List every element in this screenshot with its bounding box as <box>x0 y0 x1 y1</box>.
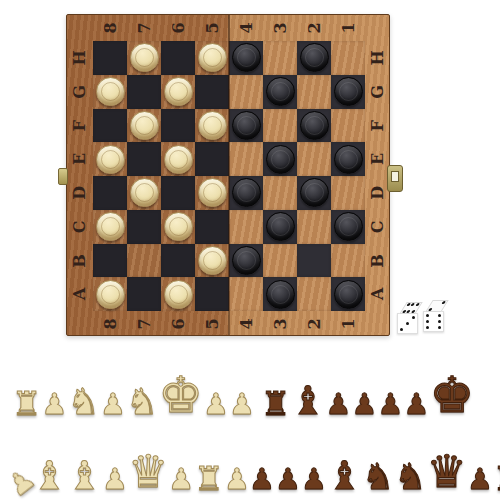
die-pip <box>438 326 441 329</box>
checker-dark[interactable] <box>266 212 295 241</box>
square-c3[interactable] <box>263 210 297 244</box>
checker-dark[interactable] <box>334 280 363 309</box>
die-pip <box>438 320 441 323</box>
chess-piece-light-pawn[interactable]: ♟ <box>102 466 128 494</box>
square-a8[interactable] <box>93 277 127 311</box>
chess-piece-dark-knight[interactable]: ♞ <box>394 460 426 494</box>
die-pip <box>438 314 441 317</box>
tray-dark-pieces-row1: ♜♝♟♟♟♟♚ <box>261 351 472 419</box>
coordinate-label: H <box>63 46 97 70</box>
chess-piece-light-rook[interactable]: ♜ <box>194 463 224 494</box>
checker-dark[interactable] <box>266 77 295 106</box>
checker-light[interactable] <box>130 43 159 72</box>
checker-light[interactable] <box>198 43 227 72</box>
square-f5[interactable] <box>195 109 229 143</box>
coordinate-label: 4 <box>234 11 258 45</box>
brass-hinge-icon <box>58 168 68 185</box>
checker-dark[interactable] <box>300 43 329 72</box>
chess-piece-light-knight[interactable]: ♞ <box>126 385 158 419</box>
coordinate-label: 6 <box>166 11 190 45</box>
die-pip <box>426 314 429 317</box>
square-f8[interactable] <box>93 109 127 143</box>
square-a6[interactable] <box>161 277 195 311</box>
checker-light[interactable] <box>130 178 159 207</box>
coordinate-label: 1 <box>336 11 360 45</box>
product-photo-stage: 87654321 87654321 HGFEDCBA HGFEDCBA ♜♟♞♟… <box>0 0 500 500</box>
checker-dark[interactable] <box>300 178 329 207</box>
coordinate-label: 1 <box>336 307 360 341</box>
chess-piece-dark-bishop[interactable]: ♝ <box>327 457 362 494</box>
die-pip <box>426 320 429 323</box>
square-d2[interactable] <box>297 176 331 210</box>
die-front-face <box>423 311 444 332</box>
chess-piece-dark-pawn[interactable]: ♟ <box>467 466 493 494</box>
checker-dark[interactable] <box>334 212 363 241</box>
square-c5[interactable] <box>195 210 229 244</box>
square-c2[interactable] <box>297 210 331 244</box>
square-c1[interactable] <box>331 210 365 244</box>
chess-piece-light-pawn[interactable]: ♟ <box>42 391 68 419</box>
square-a4[interactable] <box>229 277 263 311</box>
coordinate-label: 2 <box>302 11 326 45</box>
coordinate-label: D <box>63 181 97 205</box>
die-pip <box>426 326 429 329</box>
square-b4[interactable] <box>229 244 263 278</box>
square-a5[interactable] <box>195 277 229 311</box>
square-g7[interactable] <box>127 75 161 109</box>
coordinate-label: 8 <box>98 11 122 45</box>
die-pip <box>411 310 416 313</box>
coordinate-label: 3 <box>268 11 292 45</box>
square-e4[interactable] <box>229 142 263 176</box>
chess-piece-dark-king[interactable]: ♚ <box>430 372 475 420</box>
square-h3[interactable] <box>263 41 297 75</box>
checker-dark[interactable] <box>232 246 261 275</box>
die-top-face <box>425 300 448 312</box>
square-h5[interactable] <box>195 41 229 75</box>
chess-piece-dark-bishop[interactable]: ♝ <box>291 382 326 419</box>
checker-dark[interactable] <box>266 280 295 309</box>
checker-light[interactable] <box>130 111 159 140</box>
coordinate-label: 5 <box>200 11 224 45</box>
square-e2[interactable] <box>297 142 331 176</box>
coordinate-label: 5 <box>200 307 224 341</box>
square-g1[interactable] <box>331 75 365 109</box>
chess-piece-dark-pawn[interactable]: ♟ <box>404 391 430 419</box>
square-c4[interactable] <box>229 210 263 244</box>
square-a1[interactable] <box>331 277 365 311</box>
checker-dark[interactable] <box>300 111 329 140</box>
checker-light[interactable] <box>96 145 125 174</box>
checker-light[interactable] <box>96 280 125 309</box>
square-h4[interactable] <box>229 41 263 75</box>
coordinate-label: 2 <box>302 307 326 341</box>
chess-piece-light-queen[interactable]: ♛ <box>128 451 168 494</box>
die-pip <box>428 308 433 311</box>
checker-dark[interactable] <box>232 178 261 207</box>
chess-piece-dark-pawn[interactable]: ♟ <box>275 466 301 494</box>
square-f2[interactable] <box>297 109 331 143</box>
die-pip <box>441 301 446 304</box>
square-e7[interactable] <box>127 142 161 176</box>
chess-piece-dark-pawn[interactable]: ♟ <box>326 391 352 419</box>
coordinate-label: 8 <box>98 307 122 341</box>
checker-dark[interactable] <box>232 111 261 140</box>
square-d5[interactable] <box>195 176 229 210</box>
chess-piece-light-pawn[interactable]: ♟ <box>229 391 255 419</box>
square-g5[interactable] <box>195 75 229 109</box>
square-h8[interactable] <box>93 41 127 75</box>
checker-light[interactable] <box>198 246 227 275</box>
square-h2[interactable] <box>297 41 331 75</box>
tray-light-pieces-row2: ♟♝♝♟♛♟♜♟ <box>6 426 249 494</box>
coordinate-label: 7 <box>132 307 156 341</box>
square-g6[interactable] <box>161 75 195 109</box>
checker-light[interactable] <box>164 212 193 241</box>
chess-piece-light-pawn[interactable]: ♟ <box>203 391 229 419</box>
tray-light-pieces-row1: ♜♟♞♟♞♚♟♟ <box>12 351 249 419</box>
chess-piece-dark-rook[interactable]: ♜ <box>493 463 500 494</box>
square-b7[interactable] <box>127 244 161 278</box>
square-e8[interactable] <box>93 142 127 176</box>
die-front-face <box>397 313 418 334</box>
checker-light[interactable] <box>96 77 125 106</box>
square-h7[interactable] <box>127 41 161 75</box>
square-d7[interactable] <box>127 176 161 210</box>
square-b8[interactable] <box>93 244 127 278</box>
checker-dark[interactable] <box>232 43 261 72</box>
game-board: 87654321 87654321 HGFEDCBA HGFEDCBA <box>66 14 390 336</box>
die-2[interactable] <box>423 300 444 332</box>
checker-light[interactable] <box>198 178 227 207</box>
square-g2[interactable] <box>297 75 331 109</box>
chess-piece-light-pawn[interactable]: ♟ <box>224 466 250 494</box>
chess-piece-light-bishop[interactable]: ♝ <box>32 457 67 494</box>
checker-light[interactable] <box>164 77 193 106</box>
square-d3[interactable] <box>263 176 297 210</box>
square-a7[interactable] <box>127 277 161 311</box>
square-d6[interactable] <box>161 176 195 210</box>
chess-piece-dark-rook[interactable]: ♜ <box>261 388 291 419</box>
square-f7[interactable] <box>127 109 161 143</box>
square-b3[interactable] <box>263 244 297 278</box>
square-g3[interactable] <box>263 75 297 109</box>
chess-piece-dark-knight[interactable]: ♞ <box>362 460 394 494</box>
square-f6[interactable] <box>161 109 195 143</box>
square-h6[interactable] <box>161 41 195 75</box>
tray-dark-pieces-row2: ♟♟♟♝♞♞♛♟♜ <box>249 426 499 494</box>
die-1[interactable] <box>397 302 418 334</box>
square-c7[interactable] <box>127 210 161 244</box>
coordinate-label: A <box>63 282 97 306</box>
checker-light[interactable] <box>164 145 193 174</box>
coordinate-label: 4 <box>234 307 258 341</box>
board-fold-seam <box>228 15 230 335</box>
coordinate-label: B <box>361 248 395 272</box>
square-c8[interactable] <box>93 210 127 244</box>
square-b2[interactable] <box>297 244 331 278</box>
coordinate-label: 3 <box>268 307 292 341</box>
checker-light[interactable] <box>96 212 125 241</box>
square-e3[interactable] <box>263 142 297 176</box>
coordinate-label: E <box>63 147 97 171</box>
coordinate-label: C <box>63 215 97 239</box>
checker-light[interactable] <box>198 111 227 140</box>
coordinate-label: C <box>361 215 395 239</box>
square-d4[interactable] <box>229 176 263 210</box>
rank-labels-left: HGFEDCBA <box>68 41 92 311</box>
chess-piece-dark-queen[interactable]: ♛ <box>427 451 467 494</box>
checker-dark[interactable] <box>334 77 363 106</box>
square-h1[interactable] <box>331 41 365 75</box>
chess-piece-dark-pawn[interactable]: ♟ <box>352 391 378 419</box>
coordinate-label: G <box>63 80 97 104</box>
coordinate-label: H <box>361 46 395 70</box>
die-pip <box>400 328 403 331</box>
square-b6[interactable] <box>161 244 195 278</box>
square-f1[interactable] <box>331 109 365 143</box>
square-b1[interactable] <box>331 244 365 278</box>
coordinate-label: F <box>63 113 97 137</box>
checker-dark[interactable] <box>334 145 363 174</box>
chess-piece-dark-pawn[interactable]: ♟ <box>249 466 275 494</box>
square-a2[interactable] <box>297 277 331 311</box>
coordinate-label: F <box>361 113 395 137</box>
square-f4[interactable] <box>229 109 263 143</box>
die-pip <box>406 322 409 325</box>
square-e6[interactable] <box>161 142 195 176</box>
chess-piece-light-bishop[interactable]: ♝ <box>67 457 102 494</box>
chess-piece-light-pawn[interactable]: ♟ <box>168 466 194 494</box>
square-b5[interactable] <box>195 244 229 278</box>
chess-piece-dark-pawn[interactable]: ♟ <box>378 391 404 419</box>
checker-dark[interactable] <box>266 145 295 174</box>
coordinate-label: 6 <box>166 307 190 341</box>
square-c6[interactable] <box>161 210 195 244</box>
chess-piece-light-rook[interactable]: ♜ <box>12 388 42 419</box>
chess-piece-light-pawn[interactable]: ♟ <box>100 391 126 419</box>
coordinate-label: 7 <box>132 11 156 45</box>
die-pip <box>412 316 415 319</box>
chess-piece-dark-pawn[interactable]: ♟ <box>301 466 327 494</box>
brass-clasp-icon <box>387 165 403 192</box>
square-e1[interactable] <box>331 142 365 176</box>
die-pip <box>415 303 420 306</box>
square-a3[interactable] <box>263 277 297 311</box>
die-top-face <box>399 302 422 314</box>
checker-light[interactable] <box>164 280 193 309</box>
square-e5[interactable] <box>195 142 229 176</box>
square-g4[interactable] <box>229 75 263 109</box>
square-d1[interactable] <box>331 176 365 210</box>
chess-piece-light-knight[interactable]: ♞ <box>68 385 100 419</box>
chess-piece-light-king[interactable]: ♚ <box>158 372 203 420</box>
square-f3[interactable] <box>263 109 297 143</box>
square-d8[interactable] <box>93 176 127 210</box>
coordinate-label: B <box>63 248 97 272</box>
square-g8[interactable] <box>93 75 127 109</box>
coordinate-label: G <box>361 80 395 104</box>
coordinate-label: A <box>361 282 395 306</box>
